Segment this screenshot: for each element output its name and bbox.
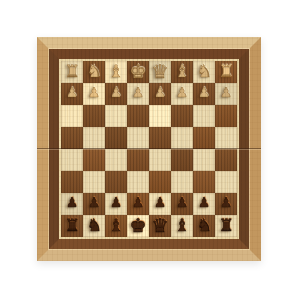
square-d2[interactable]: ♟ [149,83,171,105]
square-c4[interactable] [171,127,193,149]
square-b3[interactable] [193,105,215,127]
square-a6[interactable] [215,171,237,193]
square-c8[interactable]: ♝ [171,215,193,237]
black-queen[interactable]: ♛ [151,215,168,234]
folding-seam [37,148,261,149]
square-f4[interactable] [105,127,127,149]
black-pawn[interactable]: ♟ [132,196,144,210]
white-king[interactable]: ♚ [129,61,146,80]
square-e5[interactable] [127,149,149,171]
square-b8[interactable]: ♞ [193,215,215,237]
black-pawn[interactable]: ♟ [220,196,232,210]
square-c6[interactable] [171,171,193,193]
square-g4[interactable] [83,127,105,149]
square-d5[interactable] [149,149,171,171]
white-pawn[interactable]: ♟ [198,86,210,100]
square-e8[interactable]: ♚ [127,215,149,237]
white-queen[interactable]: ♛ [151,61,168,80]
square-g3[interactable] [83,105,105,127]
black-bishop[interactable]: ♝ [174,216,189,233]
square-f6[interactable] [105,171,127,193]
square-d3[interactable] [149,105,171,127]
square-a8[interactable]: ♜ [215,215,237,237]
black-pawn[interactable]: ♟ [176,196,188,210]
white-pawn[interactable]: ♟ [88,86,100,100]
chess-board: ♜♞♝♚♛♝♞♜♟♟♟♟♟♟♟♟♟♟♟♟♟♟♟♟♜♞♝♚♛♝♞♜ [37,37,261,261]
black-knight[interactable]: ♞ [196,216,211,233]
square-a1[interactable]: ♜ [215,61,237,83]
square-a7[interactable]: ♟ [215,193,237,215]
square-d8[interactable]: ♛ [149,215,171,237]
square-e3[interactable] [127,105,149,127]
square-b1[interactable]: ♞ [193,61,215,83]
square-a3[interactable] [215,105,237,127]
square-g1[interactable]: ♞ [83,61,105,83]
square-d1[interactable]: ♛ [149,61,171,83]
black-bishop[interactable]: ♝ [108,216,123,233]
square-b5[interactable] [193,149,215,171]
square-d6[interactable] [149,171,171,193]
square-g5[interactable] [83,149,105,171]
square-h4[interactable] [61,127,83,149]
white-bishop[interactable]: ♝ [174,62,189,79]
square-f5[interactable] [105,149,127,171]
square-f3[interactable] [105,105,127,127]
square-h3[interactable] [61,105,83,127]
square-b4[interactable] [193,127,215,149]
black-pawn[interactable]: ♟ [110,196,122,210]
square-c2[interactable]: ♟ [171,83,193,105]
white-pawn[interactable]: ♟ [154,86,166,100]
photo-background: ♜♞♝♚♛♝♞♜♟♟♟♟♟♟♟♟♟♟♟♟♟♟♟♟♜♞♝♚♛♝♞♜ [0,0,300,300]
square-c1[interactable]: ♝ [171,61,193,83]
square-h7[interactable]: ♟ [61,193,83,215]
square-g2[interactable]: ♟ [83,83,105,105]
white-rook[interactable]: ♜ [64,62,79,79]
square-e4[interactable] [127,127,149,149]
white-knight[interactable]: ♞ [196,62,211,79]
square-b6[interactable] [193,171,215,193]
black-pawn[interactable]: ♟ [88,196,100,210]
white-pawn[interactable]: ♟ [66,86,78,100]
square-b2[interactable]: ♟ [193,83,215,105]
square-h8[interactable]: ♜ [61,215,83,237]
square-c7[interactable]: ♟ [171,193,193,215]
square-f8[interactable]: ♝ [105,215,127,237]
white-knight[interactable]: ♞ [86,62,101,79]
white-pawn[interactable]: ♟ [176,86,188,100]
black-rook[interactable]: ♜ [64,216,79,233]
square-h5[interactable] [61,149,83,171]
square-e6[interactable] [127,171,149,193]
square-d7[interactable]: ♟ [149,193,171,215]
square-f7[interactable]: ♟ [105,193,127,215]
square-c3[interactable] [171,105,193,127]
black-pawn[interactable]: ♟ [154,196,166,210]
square-b7[interactable]: ♟ [193,193,215,215]
square-h2[interactable]: ♟ [61,83,83,105]
black-knight[interactable]: ♞ [86,216,101,233]
white-rook[interactable]: ♜ [218,62,233,79]
white-pawn[interactable]: ♟ [220,86,232,100]
white-pawn[interactable]: ♟ [110,86,122,100]
black-rook[interactable]: ♜ [218,216,233,233]
square-g6[interactable] [83,171,105,193]
white-bishop[interactable]: ♝ [108,62,123,79]
square-f1[interactable]: ♝ [105,61,127,83]
square-c5[interactable] [171,149,193,171]
square-g8[interactable]: ♞ [83,215,105,237]
square-a4[interactable] [215,127,237,149]
square-e1[interactable]: ♚ [127,61,149,83]
white-pawn[interactable]: ♟ [132,86,144,100]
square-a5[interactable] [215,149,237,171]
black-pawn[interactable]: ♟ [198,196,210,210]
black-king[interactable]: ♚ [129,215,146,234]
square-f2[interactable]: ♟ [105,83,127,105]
square-a2[interactable]: ♟ [215,83,237,105]
black-pawn[interactable]: ♟ [66,196,78,210]
square-h1[interactable]: ♜ [61,61,83,83]
square-e7[interactable]: ♟ [127,193,149,215]
square-e2[interactable]: ♟ [127,83,149,105]
square-h6[interactable] [61,171,83,193]
square-d4[interactable] [149,127,171,149]
square-g7[interactable]: ♟ [83,193,105,215]
